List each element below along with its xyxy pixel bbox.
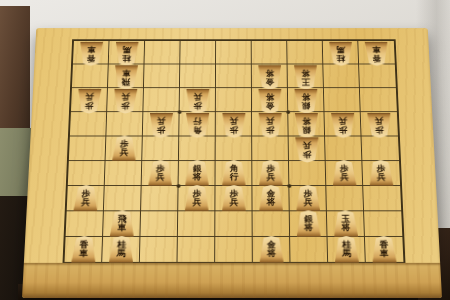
square-3b[interactable]: 王将 bbox=[288, 64, 324, 88]
square-4f[interactable]: 歩兵 bbox=[252, 161, 289, 186]
square-7b[interactable] bbox=[144, 64, 180, 88]
piece-gote-l-9a[interactable]: 香車 bbox=[78, 41, 104, 65]
square-1i[interactable]: 香車 bbox=[365, 237, 404, 263]
square-1e[interactable] bbox=[362, 136, 400, 161]
square-1f[interactable]: 歩兵 bbox=[362, 161, 400, 186]
piece-gote-p-7d[interactable]: 歩兵 bbox=[148, 112, 174, 137]
piece-sente-K-2h[interactable]: 玉将 bbox=[332, 210, 359, 237]
square-9h[interactable] bbox=[66, 211, 104, 237]
square-6g[interactable]: 歩兵 bbox=[178, 186, 215, 211]
square-4g[interactable]: 金将 bbox=[252, 186, 289, 211]
piece-sente-P-5g[interactable]: 歩兵 bbox=[221, 185, 247, 211]
piece-sente-G-4i[interactable]: 金将 bbox=[258, 236, 285, 263]
piece-sente-P-1f[interactable]: 歩兵 bbox=[368, 160, 395, 186]
piece-sente-L-9i[interactable]: 香車 bbox=[70, 236, 98, 263]
square-7f[interactable]: 歩兵 bbox=[142, 161, 179, 186]
piece-gote-p-8c[interactable]: 歩兵 bbox=[112, 88, 138, 113]
square-8i[interactable]: 桂馬 bbox=[102, 237, 140, 263]
square-5d[interactable]: 歩兵 bbox=[216, 112, 252, 136]
square-1h[interactable] bbox=[364, 211, 402, 237]
piece-gote-g-4b[interactable]: 金将 bbox=[257, 65, 283, 90]
piece-gote-k-3b[interactable]: 王将 bbox=[293, 65, 319, 90]
piece-sente-P-4f[interactable]: 歩兵 bbox=[258, 160, 284, 186]
square-1g[interactable] bbox=[363, 186, 401, 211]
piece-sente-S-6f[interactable]: 銀将 bbox=[184, 160, 210, 186]
square-2e[interactable] bbox=[325, 136, 362, 161]
square-3d[interactable]: 銀将 bbox=[288, 112, 325, 136]
square-3i[interactable] bbox=[290, 237, 328, 263]
piece-gote-p-1d[interactable]: 歩兵 bbox=[366, 112, 393, 137]
square-1a[interactable]: 香車 bbox=[358, 41, 395, 64]
piece-sente-P-6g[interactable]: 歩兵 bbox=[184, 185, 211, 211]
piece-gote-n-8a[interactable]: 桂馬 bbox=[114, 41, 140, 65]
square-9b[interactable] bbox=[72, 64, 109, 88]
piece-gote-p-2d[interactable]: 歩兵 bbox=[330, 112, 357, 137]
square-9d[interactable] bbox=[70, 112, 107, 136]
square-4h[interactable] bbox=[253, 211, 291, 237]
square-8c[interactable]: 歩兵 bbox=[107, 88, 144, 112]
square-1c[interactable] bbox=[360, 88, 397, 112]
square-8f[interactable] bbox=[105, 161, 143, 186]
square-6i[interactable] bbox=[177, 237, 215, 263]
square-5c[interactable] bbox=[216, 88, 252, 112]
square-5b[interactable] bbox=[216, 64, 252, 88]
square-5e[interactable] bbox=[216, 136, 253, 161]
square-4b[interactable]: 金将 bbox=[252, 64, 288, 88]
hoshi-dot bbox=[287, 184, 291, 188]
piece-gote-p-3e[interactable]: 歩兵 bbox=[294, 137, 320, 163]
piece-sente-L-1i[interactable]: 香車 bbox=[370, 236, 398, 263]
square-7a[interactable] bbox=[144, 41, 180, 64]
piece-gote-l-1a[interactable]: 香車 bbox=[363, 41, 389, 65]
piece-sente-G-4g[interactable]: 金将 bbox=[258, 185, 285, 211]
piece-gote-p-9c[interactable]: 歩兵 bbox=[76, 88, 103, 113]
piece-gote-b-6d[interactable]: 角行 bbox=[184, 112, 210, 137]
square-3f[interactable] bbox=[289, 161, 326, 186]
square-2f[interactable]: 歩兵 bbox=[326, 161, 364, 186]
square-5a[interactable] bbox=[216, 41, 252, 64]
piece-gote-n-2a[interactable]: 桂馬 bbox=[328, 41, 354, 65]
piece-sente-N-8i[interactable]: 桂馬 bbox=[108, 236, 135, 263]
square-4c[interactable]: 金将 bbox=[252, 88, 288, 112]
square-2i[interactable]: 桂馬 bbox=[328, 237, 366, 263]
square-4i[interactable]: 金将 bbox=[253, 237, 291, 263]
square-1d[interactable]: 歩兵 bbox=[361, 112, 398, 136]
square-8d[interactable] bbox=[106, 112, 143, 136]
square-3a[interactable] bbox=[287, 41, 323, 64]
hoshi-dot bbox=[177, 184, 181, 188]
square-2h[interactable]: 玉将 bbox=[327, 211, 365, 237]
square-9e[interactable] bbox=[69, 136, 107, 161]
board-front-face bbox=[22, 263, 442, 298]
piece-gote-p-4d[interactable]: 歩兵 bbox=[257, 112, 283, 137]
square-2d[interactable]: 歩兵 bbox=[324, 112, 361, 136]
piece-gote-r-8b[interactable]: 飛車 bbox=[113, 65, 139, 90]
square-6a[interactable] bbox=[180, 41, 216, 64]
piece-sente-P-3g[interactable]: 歩兵 bbox=[295, 185, 322, 211]
board-grid: 香車桂馬桂馬香車飛車金将王将歩兵歩兵歩兵金将銀将歩兵角行歩兵歩兵銀将歩兵歩兵歩兵… bbox=[62, 39, 405, 264]
square-4a[interactable] bbox=[252, 41, 288, 64]
square-7i[interactable] bbox=[140, 237, 178, 263]
hoshi-dot bbox=[178, 110, 182, 114]
square-7e[interactable] bbox=[142, 136, 179, 161]
square-6b[interactable] bbox=[180, 64, 216, 88]
square-5f[interactable]: 角行 bbox=[215, 161, 252, 186]
square-9i[interactable]: 香車 bbox=[64, 237, 103, 263]
square-5h[interactable] bbox=[215, 211, 252, 237]
square-9f[interactable] bbox=[68, 161, 106, 186]
square-4d[interactable]: 歩兵 bbox=[252, 112, 289, 136]
chair-back bbox=[0, 6, 30, 138]
piece-sente-R-8h[interactable]: 飛車 bbox=[108, 210, 135, 237]
square-8e[interactable]: 歩兵 bbox=[106, 136, 143, 161]
piece-sente-S-3h[interactable]: 銀将 bbox=[295, 210, 322, 237]
square-1b[interactable] bbox=[359, 64, 396, 88]
piece-gote-p-6c[interactable]: 歩兵 bbox=[185, 88, 211, 113]
square-6d[interactable]: 角行 bbox=[179, 112, 216, 136]
square-3h[interactable]: 銀将 bbox=[290, 211, 328, 237]
square-5i[interactable] bbox=[215, 237, 253, 263]
piece-sente-B-5f[interactable]: 角行 bbox=[221, 160, 247, 186]
piece-gote-p-5d[interactable]: 歩兵 bbox=[221, 112, 247, 137]
square-8a[interactable]: 桂馬 bbox=[109, 41, 145, 64]
square-9g[interactable]: 歩兵 bbox=[67, 186, 105, 211]
shogi-board: 香車桂馬桂馬香車飛車金将王将歩兵歩兵歩兵金将銀将歩兵角行歩兵歩兵銀将歩兵歩兵歩兵… bbox=[22, 28, 442, 298]
square-8b[interactable]: 飛車 bbox=[108, 64, 145, 88]
square-2a[interactable]: 桂馬 bbox=[323, 41, 359, 64]
square-4e[interactable] bbox=[252, 136, 289, 161]
square-7c[interactable] bbox=[143, 88, 180, 112]
square-7d[interactable]: 歩兵 bbox=[143, 112, 180, 136]
square-9c[interactable]: 歩兵 bbox=[71, 88, 108, 112]
piece-sente-P-9g[interactable]: 歩兵 bbox=[72, 185, 99, 211]
square-8h[interactable]: 飛車 bbox=[103, 211, 141, 237]
square-7g[interactable] bbox=[141, 186, 179, 211]
square-3g[interactable]: 歩兵 bbox=[289, 186, 327, 211]
square-8g[interactable] bbox=[104, 186, 142, 211]
piece-gote-s-3d[interactable]: 銀将 bbox=[293, 112, 319, 137]
piece-gote-g-4c[interactable]: 金将 bbox=[257, 88, 283, 113]
piece-sente-P-7f[interactable]: 歩兵 bbox=[147, 160, 174, 186]
piece-sente-P-8e[interactable]: 歩兵 bbox=[111, 135, 138, 161]
square-9a[interactable]: 香車 bbox=[73, 41, 110, 64]
square-7h[interactable] bbox=[140, 211, 178, 237]
square-6h[interactable] bbox=[178, 211, 216, 237]
square-6c[interactable]: 歩兵 bbox=[180, 88, 216, 112]
square-5g[interactable]: 歩兵 bbox=[215, 186, 252, 211]
square-2b[interactable] bbox=[323, 64, 360, 88]
square-3c[interactable]: 銀将 bbox=[288, 88, 325, 112]
square-2c[interactable] bbox=[324, 88, 361, 112]
hoshi-dot bbox=[286, 110, 290, 114]
piece-sente-N-2i[interactable]: 桂馬 bbox=[333, 236, 360, 263]
square-6e[interactable] bbox=[179, 136, 216, 161]
square-6f[interactable]: 銀将 bbox=[179, 161, 216, 186]
piece-gote-s-3c[interactable]: 銀将 bbox=[293, 88, 319, 113]
piece-sente-P-2f[interactable]: 歩兵 bbox=[331, 160, 358, 186]
square-3e[interactable]: 歩兵 bbox=[289, 136, 326, 161]
square-2g[interactable] bbox=[326, 186, 364, 211]
